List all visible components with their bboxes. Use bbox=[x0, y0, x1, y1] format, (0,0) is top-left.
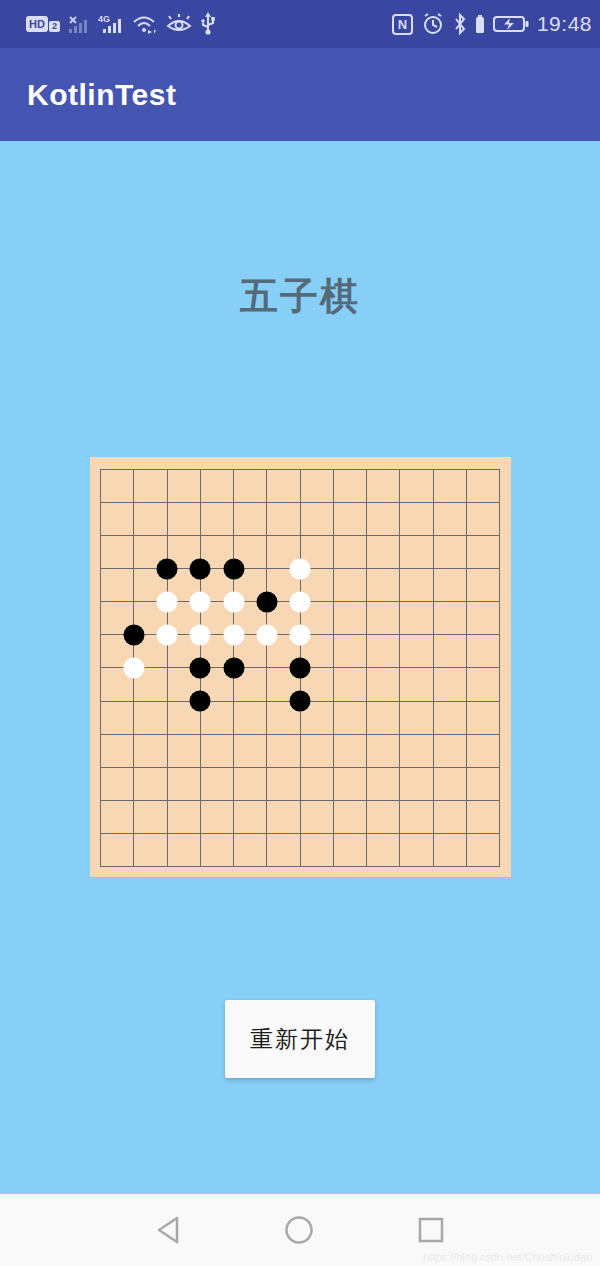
game-title: 五子棋 bbox=[0, 271, 600, 322]
board-cell[interactable] bbox=[433, 734, 466, 767]
board-cell[interactable] bbox=[133, 734, 166, 767]
board-cell[interactable] bbox=[366, 634, 399, 667]
board-cell[interactable] bbox=[233, 734, 266, 767]
board-cell[interactable] bbox=[133, 568, 166, 601]
board-cell[interactable] bbox=[133, 469, 166, 502]
board-cell[interactable] bbox=[366, 667, 399, 700]
board-cell[interactable] bbox=[333, 800, 366, 833]
board-cell[interactable] bbox=[300, 734, 333, 767]
board-cell[interactable] bbox=[167, 800, 200, 833]
board-cell[interactable] bbox=[167, 833, 200, 866]
board-cell[interactable] bbox=[333, 634, 366, 667]
board-cell[interactable] bbox=[200, 701, 233, 734]
board-cell[interactable] bbox=[100, 601, 133, 634]
board-cell[interactable] bbox=[167, 767, 200, 800]
board-cell[interactable] bbox=[300, 800, 333, 833]
board-cell[interactable] bbox=[266, 601, 299, 634]
board-cell[interactable] bbox=[266, 535, 299, 568]
board-cell[interactable] bbox=[100, 535, 133, 568]
navigation-bar: https://blog.csdn.net/Chushiniudao bbox=[0, 1194, 600, 1266]
board-cell[interactable] bbox=[266, 833, 299, 866]
board-cell[interactable] bbox=[466, 469, 499, 502]
board-cell[interactable] bbox=[266, 734, 299, 767]
board-cell[interactable] bbox=[466, 833, 499, 866]
board-cell[interactable] bbox=[266, 701, 299, 734]
board-cell[interactable] bbox=[333, 502, 366, 535]
board-cell[interactable] bbox=[399, 502, 432, 535]
board-cell[interactable] bbox=[300, 767, 333, 800]
board-cell[interactable] bbox=[466, 634, 499, 667]
board-cell[interactable] bbox=[167, 601, 200, 634]
app-title: KotlinTest bbox=[27, 78, 176, 112]
board-cell[interactable] bbox=[399, 535, 432, 568]
nfc-label: N bbox=[398, 17, 407, 32]
board-cell[interactable] bbox=[466, 767, 499, 800]
board-cell[interactable] bbox=[466, 502, 499, 535]
usb-icon bbox=[200, 12, 216, 36]
board-cell[interactable] bbox=[100, 800, 133, 833]
board-cell[interactable] bbox=[433, 800, 466, 833]
board-cell[interactable] bbox=[200, 800, 233, 833]
network-type-label: 4G bbox=[98, 14, 110, 24]
board-cell[interactable] bbox=[300, 634, 333, 667]
board-cell[interactable] bbox=[333, 601, 366, 634]
board-cell[interactable] bbox=[333, 535, 366, 568]
board-cell[interactable] bbox=[333, 767, 366, 800]
board-cell[interactable] bbox=[399, 667, 432, 700]
board-cell[interactable] bbox=[200, 601, 233, 634]
board-cell[interactable] bbox=[100, 833, 133, 866]
board-cell[interactable] bbox=[433, 701, 466, 734]
board-cell[interactable] bbox=[300, 469, 333, 502]
board-cell[interactable] bbox=[200, 667, 233, 700]
board-cell[interactable] bbox=[200, 734, 233, 767]
board-cell[interactable] bbox=[366, 535, 399, 568]
board-cell[interactable] bbox=[233, 469, 266, 502]
board-cell[interactable] bbox=[133, 601, 166, 634]
board-cell[interactable] bbox=[266, 634, 299, 667]
board-cell[interactable] bbox=[233, 767, 266, 800]
board-cell[interactable] bbox=[333, 469, 366, 502]
board-cell[interactable] bbox=[399, 833, 432, 866]
gomoku-board[interactable] bbox=[90, 457, 511, 877]
board-cell[interactable] bbox=[233, 667, 266, 700]
board-cell[interactable] bbox=[200, 535, 233, 568]
board-cell[interactable] bbox=[167, 701, 200, 734]
board-cell[interactable] bbox=[366, 568, 399, 601]
board-cell[interactable] bbox=[366, 734, 399, 767]
board-cell[interactable] bbox=[366, 833, 399, 866]
board-grid bbox=[100, 469, 500, 867]
board-cell[interactable] bbox=[233, 634, 266, 667]
eye-comfort-icon bbox=[166, 13, 192, 35]
board-cell[interactable] bbox=[233, 800, 266, 833]
board-cell[interactable] bbox=[133, 701, 166, 734]
back-button[interactable] bbox=[155, 1215, 181, 1245]
board-cell[interactable] bbox=[100, 701, 133, 734]
board-cell[interactable] bbox=[133, 502, 166, 535]
app-bar: KotlinTest bbox=[0, 48, 600, 141]
board-cell[interactable] bbox=[333, 667, 366, 700]
board-cell[interactable] bbox=[466, 535, 499, 568]
board-cell[interactable] bbox=[300, 701, 333, 734]
board-cell[interactable] bbox=[133, 634, 166, 667]
board-cell[interactable] bbox=[433, 767, 466, 800]
board-cell[interactable] bbox=[300, 667, 333, 700]
board-cell[interactable] bbox=[200, 767, 233, 800]
board-cell[interactable] bbox=[200, 502, 233, 535]
bluetooth-icon bbox=[453, 12, 467, 36]
board-cell[interactable] bbox=[266, 800, 299, 833]
board-cell[interactable] bbox=[200, 634, 233, 667]
board-cell[interactable] bbox=[366, 701, 399, 734]
board-cell[interactable] bbox=[333, 701, 366, 734]
board-cell[interactable] bbox=[266, 469, 299, 502]
restart-button[interactable]: 重新开始 bbox=[225, 1000, 375, 1078]
content-area: 五子棋 重新开始 bbox=[0, 141, 600, 1194]
status-bar: HD 2 4G bbox=[0, 0, 600, 48]
board-cell[interactable] bbox=[266, 667, 299, 700]
board-cell[interactable] bbox=[133, 667, 166, 700]
board-cell[interactable] bbox=[167, 469, 200, 502]
clock-text: 19:48 bbox=[537, 12, 592, 36]
board-cell[interactable] bbox=[300, 502, 333, 535]
board-cell[interactable] bbox=[133, 800, 166, 833]
board-cell[interactable] bbox=[233, 502, 266, 535]
board-cell[interactable] bbox=[466, 800, 499, 833]
board-cell[interactable] bbox=[433, 833, 466, 866]
board-cell[interactable] bbox=[167, 734, 200, 767]
board-cell[interactable] bbox=[100, 767, 133, 800]
board-cell[interactable] bbox=[100, 502, 133, 535]
board-cell[interactable] bbox=[399, 701, 432, 734]
board-cell[interactable] bbox=[399, 469, 432, 502]
board-cell[interactable] bbox=[300, 601, 333, 634]
phone-screen: HD 2 4G bbox=[0, 0, 600, 1266]
board-cell[interactable] bbox=[133, 767, 166, 800]
board-cell[interactable] bbox=[100, 469, 133, 502]
board-cell[interactable] bbox=[366, 767, 399, 800]
board-cell[interactable] bbox=[300, 568, 333, 601]
board-cell[interactable] bbox=[433, 568, 466, 601]
board-cell[interactable] bbox=[200, 469, 233, 502]
alarm-icon bbox=[421, 12, 445, 36]
board-cell[interactable] bbox=[433, 502, 466, 535]
board-cell[interactable] bbox=[399, 568, 432, 601]
board-cell[interactable] bbox=[466, 701, 499, 734]
status-left: HD 2 4G bbox=[26, 12, 216, 36]
board-cell[interactable] bbox=[233, 535, 266, 568]
board-cell[interactable] bbox=[266, 568, 299, 601]
board-cell[interactable] bbox=[333, 568, 366, 601]
board-cell[interactable] bbox=[300, 833, 333, 866]
board-cell[interactable] bbox=[100, 667, 133, 700]
board-cell[interactable] bbox=[366, 469, 399, 502]
board-cell[interactable] bbox=[133, 833, 166, 866]
board-cell[interactable] bbox=[399, 767, 432, 800]
board-cell[interactable] bbox=[433, 601, 466, 634]
board-cell[interactable] bbox=[333, 833, 366, 866]
board-cell[interactable] bbox=[167, 535, 200, 568]
board-cell[interactable] bbox=[433, 634, 466, 667]
board-cell[interactable] bbox=[233, 568, 266, 601]
board-cell[interactable] bbox=[466, 667, 499, 700]
board-cell[interactable] bbox=[266, 502, 299, 535]
status-right: N bbox=[392, 12, 592, 36]
board-cell[interactable] bbox=[433, 469, 466, 502]
nfc-icon: N bbox=[392, 14, 413, 35]
board-cell[interactable] bbox=[266, 767, 299, 800]
board-cell[interactable] bbox=[366, 601, 399, 634]
board-cell[interactable] bbox=[433, 667, 466, 700]
board-cell[interactable] bbox=[233, 833, 266, 866]
home-button[interactable] bbox=[284, 1215, 314, 1245]
board-cell[interactable] bbox=[399, 800, 432, 833]
board-cell[interactable] bbox=[233, 601, 266, 634]
board-cell[interactable] bbox=[399, 734, 432, 767]
sim2-4g-signal-icon: 4G bbox=[98, 13, 124, 35]
board-cell[interactable] bbox=[100, 634, 133, 667]
board-cell[interactable] bbox=[300, 535, 333, 568]
board-cell[interactable] bbox=[366, 502, 399, 535]
watermark-text: https://blog.csdn.net/Chushiniudao bbox=[423, 1251, 592, 1263]
hd-sim2-label: 2 bbox=[49, 21, 60, 32]
board-cell[interactable] bbox=[399, 634, 432, 667]
wifi-icon bbox=[132, 13, 158, 35]
board-cell[interactable] bbox=[200, 568, 233, 601]
board-cell[interactable] bbox=[133, 535, 166, 568]
battery-charging-icon bbox=[493, 13, 529, 35]
board-cell[interactable] bbox=[167, 502, 200, 535]
board-cell[interactable] bbox=[167, 634, 200, 667]
board-cell[interactable] bbox=[167, 568, 200, 601]
board-cell[interactable] bbox=[167, 667, 200, 700]
board-cell[interactable] bbox=[366, 800, 399, 833]
board-cell[interactable] bbox=[399, 601, 432, 634]
hd-voice-icon: HD 2 bbox=[26, 16, 60, 32]
board-cell[interactable] bbox=[466, 601, 499, 634]
sim1-no-signal-icon bbox=[68, 13, 90, 35]
board-cell[interactable] bbox=[200, 833, 233, 866]
board-cell[interactable] bbox=[100, 568, 133, 601]
hd-label: HD bbox=[26, 16, 48, 32]
board-cell[interactable] bbox=[433, 535, 466, 568]
bluetooth-battery-icon bbox=[475, 13, 485, 35]
board-cell[interactable] bbox=[233, 701, 266, 734]
board-cell[interactable] bbox=[466, 734, 499, 767]
board-cell[interactable] bbox=[100, 734, 133, 767]
recents-button[interactable] bbox=[417, 1216, 445, 1244]
board-cell[interactable] bbox=[466, 568, 499, 601]
board-cell[interactable] bbox=[333, 734, 366, 767]
